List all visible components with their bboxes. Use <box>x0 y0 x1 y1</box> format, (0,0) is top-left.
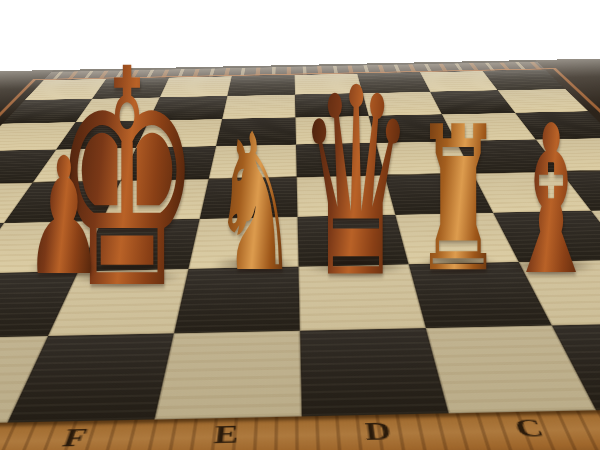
pieces-layer: ♝♜♛♞♚♟ <box>0 0 600 450</box>
piece-pawn-g6: ♟ <box>24 136 104 298</box>
product-photo: FEDC ♝♜♛♞♚♟ <box>0 0 600 450</box>
piece-bishop-b6: ♝ <box>503 99 599 304</box>
piece-queen-d6: ♛ <box>298 54 415 314</box>
piece-knight-e6: ♞ <box>212 109 297 299</box>
piece-rook-c6: ♜ <box>413 100 503 300</box>
